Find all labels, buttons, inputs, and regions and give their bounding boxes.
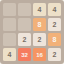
- tile-16-r4c3: 16: [33, 48, 46, 61]
- empty-cell-r2c2: [18, 18, 31, 31]
- tile-8-r2c3: 8: [33, 18, 46, 31]
- board-2048[interactable]: 4482228432162: [0, 0, 64, 64]
- tile-4-r1c4: 4: [48, 3, 61, 16]
- empty-cell-r3c1: [3, 33, 16, 46]
- empty-cell-r2c1: [3, 18, 16, 31]
- tile-8-r3c4: 8: [48, 33, 61, 46]
- empty-cell-r1c1: [3, 3, 16, 16]
- tile-2-r2c4: 2: [48, 18, 61, 31]
- tile-2-r3c3: 2: [33, 33, 46, 46]
- tile-32-r4c2: 32: [18, 48, 31, 61]
- tile-4-r4c1: 4: [3, 48, 16, 61]
- tile-2-r4c4: 2: [48, 48, 61, 61]
- tile-2-r3c2: 2: [18, 33, 31, 46]
- tile-4-r1c3: 4: [33, 3, 46, 16]
- empty-cell-r1c2: [18, 3, 31, 16]
